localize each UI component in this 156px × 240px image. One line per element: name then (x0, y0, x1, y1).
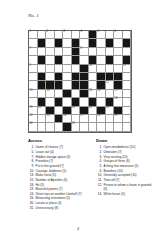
white-cell[interactable] (55, 107, 64, 115)
white-cell[interactable] (46, 65, 55, 73)
white-cell[interactable] (106, 123, 115, 131)
white-cell[interactable] (106, 115, 115, 123)
white-cell[interactable]: 10 (89, 65, 98, 73)
clue-text: Person to whom a lease is granted (6) (104, 183, 154, 192)
cell-number: 26 (64, 115, 67, 118)
white-cell[interactable] (123, 48, 132, 56)
white-cell[interactable] (80, 123, 89, 131)
down-clues-section: Down 1.Open-mindedness (10)2.Unbeaten (7… (96, 138, 154, 196)
white-cell[interactable] (63, 81, 72, 89)
cell-number: 4 (81, 31, 82, 34)
black-cell (55, 115, 64, 123)
white-cell[interactable] (55, 48, 64, 56)
white-cell[interactable] (123, 31, 132, 39)
cell-number: 12 (106, 82, 109, 85)
black-cell (80, 73, 89, 81)
white-cell[interactable]: 1 (29, 31, 38, 39)
cell-number: 9 (30, 65, 31, 68)
white-cell[interactable]: 8 (80, 48, 89, 56)
down-heading: Down (96, 138, 154, 143)
black-cell (38, 39, 47, 47)
white-cell[interactable]: 22 (89, 107, 98, 115)
white-cell[interactable] (97, 48, 106, 56)
white-cell[interactable]: 4 (80, 31, 89, 39)
black-cell (123, 39, 132, 47)
white-cell[interactable]: 13 (29, 90, 38, 98)
black-cell (55, 81, 64, 89)
white-cell[interactable] (97, 56, 106, 64)
white-cell[interactable]: 20 (38, 107, 47, 115)
across-clue: 31.Unnecessary (8) (28, 206, 92, 211)
black-cell (63, 90, 72, 98)
white-cell[interactable] (80, 56, 89, 64)
puzzle-title: No. 1 (28, 13, 39, 18)
across-clues-section: Across 1.Game of chance (7)5.Leave out (… (28, 138, 92, 210)
white-cell[interactable] (123, 115, 132, 123)
white-cell[interactable] (55, 31, 64, 39)
white-cell[interactable] (72, 31, 81, 39)
white-cell[interactable] (55, 90, 64, 98)
white-cell[interactable] (55, 123, 64, 131)
white-cell[interactable]: 18 (114, 98, 123, 106)
white-cell[interactable]: 21 (72, 107, 81, 115)
across-heading: Across (28, 138, 92, 143)
white-cell[interactable] (114, 56, 123, 64)
cell-number: 27 (81, 115, 84, 118)
cell-number: 3 (64, 31, 65, 34)
cell-number: 23 (106, 107, 109, 110)
white-cell[interactable] (123, 107, 132, 115)
white-cell[interactable] (114, 48, 123, 56)
white-cell[interactable] (38, 123, 47, 131)
white-cell[interactable]: 16 (97, 90, 106, 98)
black-cell (55, 39, 64, 47)
white-cell[interactable]: 30 (29, 123, 38, 131)
black-cell (72, 39, 81, 47)
black-cell (89, 39, 98, 47)
white-cell[interactable] (123, 123, 132, 131)
cell-number: 7 (30, 48, 31, 51)
white-cell[interactable] (123, 90, 132, 98)
white-cell[interactable] (106, 48, 115, 56)
white-cell[interactable] (63, 48, 72, 56)
white-cell[interactable]: 23 (106, 107, 115, 115)
white-cell[interactable] (89, 115, 98, 123)
black-cell (97, 73, 106, 81)
white-cell[interactable]: 5 (97, 31, 106, 39)
cell-number: 15 (89, 90, 92, 93)
white-cell[interactable] (97, 65, 106, 73)
white-cell[interactable] (63, 98, 72, 106)
white-cell[interactable]: 6 (114, 31, 123, 39)
white-cell[interactable]: 14 (46, 90, 55, 98)
white-cell[interactable] (63, 65, 72, 73)
black-cell (80, 90, 89, 98)
cell-number: 20 (38, 107, 41, 110)
white-cell[interactable]: 12 (106, 81, 115, 89)
white-cell[interactable]: 9 (29, 65, 38, 73)
black-cell (106, 56, 115, 64)
white-cell[interactable]: 29 (114, 115, 123, 123)
cell-number: 24 (30, 115, 33, 118)
cell-number: 25 (47, 115, 50, 118)
cell-number: 30 (30, 123, 33, 126)
clue-number: 12. (96, 183, 102, 188)
black-cell (55, 56, 64, 64)
cell-number: 16 (98, 90, 101, 93)
white-cell[interactable] (97, 39, 106, 47)
down-clue: 14.White heron (5) (96, 192, 154, 197)
white-cell[interactable] (97, 98, 106, 106)
white-cell[interactable]: 31 (72, 123, 81, 131)
white-cell[interactable] (89, 123, 98, 131)
white-cell[interactable] (46, 48, 55, 56)
cell-number: 22 (89, 107, 92, 110)
white-cell[interactable] (38, 48, 47, 56)
cell-number: 6 (115, 31, 116, 34)
black-cell (114, 73, 123, 81)
cell-number: 8 (81, 48, 82, 51)
cell-number: 13 (30, 90, 33, 93)
black-cell (38, 56, 47, 64)
cell-number: 14 (47, 90, 50, 93)
white-cell[interactable] (46, 123, 55, 131)
puzzle-page: No. 1 1234567891011121314151617181920212… (0, 0, 156, 240)
white-cell[interactable] (72, 65, 81, 73)
black-cell (72, 48, 81, 56)
white-cell[interactable] (46, 98, 55, 106)
white-cell[interactable]: 2 (46, 31, 55, 39)
white-cell[interactable] (63, 39, 72, 47)
white-cell[interactable] (106, 65, 115, 73)
white-cell[interactable] (29, 73, 38, 81)
white-cell[interactable] (97, 123, 106, 131)
cell-number: 2 (47, 31, 48, 34)
white-cell[interactable] (89, 48, 98, 56)
white-cell[interactable] (46, 73, 55, 81)
cell-number: 19 (30, 107, 33, 110)
cell-number: 31 (72, 123, 75, 126)
white-cell[interactable] (46, 56, 55, 64)
clue-text: White heron (5) (104, 192, 154, 197)
cell-number: 11 (123, 65, 126, 68)
cell-number: 18 (115, 98, 118, 101)
white-cell[interactable] (38, 115, 47, 123)
clue-number: 14. (96, 192, 102, 197)
white-cell[interactable] (38, 65, 47, 73)
white-cell[interactable] (123, 73, 132, 81)
white-cell[interactable]: 28 (97, 115, 106, 123)
cell-number: 29 (115, 115, 118, 118)
cell-number: 5 (98, 31, 99, 34)
black-cell (106, 39, 115, 47)
black-cell (89, 31, 98, 39)
white-cell[interactable] (80, 98, 89, 106)
white-cell[interactable] (72, 90, 81, 98)
white-cell[interactable]: 7 (29, 48, 38, 56)
white-cell[interactable]: 25 (46, 115, 55, 123)
cell-number: 10 (89, 65, 92, 68)
black-cell (72, 73, 81, 81)
white-cell[interactable] (106, 31, 115, 39)
white-cell[interactable]: 26 (63, 115, 72, 123)
white-cell[interactable] (114, 65, 123, 73)
white-cell[interactable] (63, 73, 72, 81)
white-cell[interactable] (38, 90, 47, 98)
white-cell[interactable] (46, 39, 55, 47)
white-cell[interactable] (114, 123, 123, 131)
white-cell[interactable]: 15 (89, 90, 98, 98)
black-cell (38, 73, 47, 81)
white-cell[interactable]: 11 (123, 65, 132, 73)
cell-number: 1 (30, 31, 31, 34)
crossword-grid: 1234567891011121314151617181920212223242… (28, 30, 132, 133)
black-cell (63, 123, 72, 131)
white-cell[interactable] (106, 90, 115, 98)
black-cell (80, 65, 89, 73)
black-cell (55, 73, 64, 81)
black-cell (72, 56, 81, 64)
black-cell (38, 81, 47, 89)
white-cell[interactable] (123, 81, 132, 89)
white-cell[interactable]: 3 (63, 31, 72, 39)
clue-number: 31. (28, 206, 34, 211)
clue-text: Unnecessary (8) (36, 206, 92, 211)
black-cell (80, 81, 89, 89)
white-cell[interactable] (38, 31, 47, 39)
down-clue: 12.Person to whom a lease is granted (6) (96, 183, 154, 192)
cell-number: 21 (72, 107, 75, 110)
cell-number: 17 (115, 90, 118, 93)
black-cell (72, 81, 81, 89)
page-number: 4 (0, 226, 156, 231)
white-cell[interactable] (114, 39, 123, 47)
white-cell[interactable] (89, 73, 98, 81)
white-cell[interactable] (123, 98, 132, 106)
white-cell[interactable] (55, 65, 64, 73)
white-cell[interactable]: 27 (80, 115, 89, 123)
white-cell[interactable] (63, 56, 72, 64)
black-cell (55, 98, 64, 106)
cell-number: 28 (98, 115, 101, 118)
